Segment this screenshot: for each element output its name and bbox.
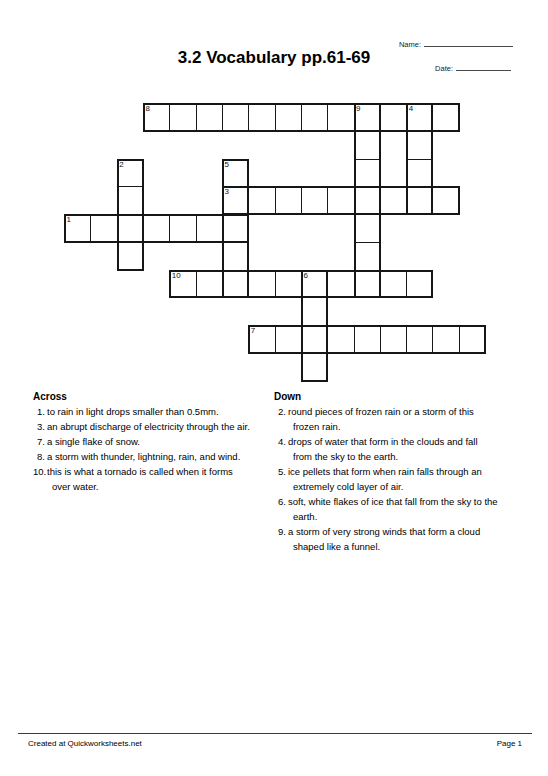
grid-cell[interactable] bbox=[354, 325, 381, 354]
grid-cell[interactable] bbox=[248, 186, 275, 215]
grid-cell[interactable] bbox=[406, 103, 433, 132]
grid-cell[interactable] bbox=[301, 103, 328, 132]
date-label: Date: bbox=[435, 64, 453, 73]
grid-cell[interactable] bbox=[196, 103, 223, 132]
grid-cell[interactable] bbox=[380, 103, 407, 132]
across-header: Across bbox=[33, 389, 283, 404]
clue-text: soft, white flakes of ice that fall from… bbox=[288, 496, 498, 522]
clue-text: ice pellets that form when rain falls th… bbox=[288, 466, 482, 492]
grid-cell[interactable] bbox=[432, 186, 459, 215]
grid-cell[interactable] bbox=[222, 159, 249, 188]
grid-cell[interactable] bbox=[380, 325, 407, 354]
grid-cell[interactable] bbox=[432, 325, 459, 354]
clue-number: 10. bbox=[33, 464, 45, 479]
grid-cell[interactable] bbox=[275, 325, 302, 354]
grid-cell[interactable] bbox=[406, 186, 433, 215]
clue-across-1: 1.to rain in light drops smaller than 0.… bbox=[33, 404, 283, 419]
grid-cell[interactable] bbox=[222, 186, 249, 215]
grid-cell[interactable] bbox=[406, 131, 433, 160]
name-label: Name: bbox=[399, 40, 421, 49]
grid-cell[interactable] bbox=[248, 103, 275, 132]
clue-number: 6. bbox=[274, 494, 286, 509]
clue-down-5: 5.ice pellets that form when rain falls … bbox=[274, 464, 542, 494]
clue-text: a storm with thunder, lightning, rain, a… bbox=[47, 451, 240, 462]
clue-text: to rain in light drops smaller than 0.5m… bbox=[47, 406, 219, 417]
grid-cell[interactable] bbox=[64, 214, 91, 243]
clue-across-7: 7.a single flake of snow. bbox=[33, 434, 283, 449]
clue-text: a single flake of snow. bbox=[47, 436, 140, 447]
grid-cell[interactable] bbox=[406, 159, 433, 188]
grid-cell[interactable] bbox=[327, 325, 354, 354]
footer-divider bbox=[18, 733, 532, 734]
grid-cell[interactable] bbox=[275, 103, 302, 132]
grid-cell[interactable] bbox=[354, 214, 381, 243]
grid-cell[interactable] bbox=[275, 186, 302, 215]
grid-cell[interactable] bbox=[301, 270, 328, 299]
clue-text: an abrupt discharge of electricity throu… bbox=[47, 421, 250, 432]
grid-cell[interactable] bbox=[354, 242, 381, 271]
grid-cell[interactable] bbox=[117, 214, 144, 243]
grid-cell[interactable] bbox=[301, 297, 328, 326]
clue-across-3: 3.an abrupt discharge of electricity thr… bbox=[33, 419, 283, 434]
grid-cell[interactable] bbox=[459, 325, 486, 354]
grid-cell[interactable] bbox=[354, 186, 381, 215]
grid-cell[interactable] bbox=[406, 270, 433, 299]
down-clues-section: Down 2.round pieces of frozen rain or a … bbox=[274, 389, 542, 554]
clue-across-8: 8.a storm with thunder, lightning, rain,… bbox=[33, 449, 283, 464]
grid-cell[interactable] bbox=[275, 270, 302, 299]
clue-number: 3. bbox=[33, 419, 45, 434]
grid-cell[interactable] bbox=[354, 159, 381, 188]
clue-down-4: 4.drops of water that form in the clouds… bbox=[274, 434, 542, 464]
grid-cell[interactable] bbox=[169, 270, 196, 299]
date-field: Date: bbox=[435, 62, 511, 73]
name-blank-line[interactable] bbox=[424, 38, 513, 47]
grid-cell[interactable] bbox=[196, 214, 223, 243]
grid-cell[interactable] bbox=[301, 186, 328, 215]
clue-text: this is what a tornado is called when it… bbox=[47, 466, 233, 492]
grid-cell[interactable] bbox=[432, 103, 459, 132]
clue-text: a storm of very strong winds that form a… bbox=[288, 526, 480, 552]
name-field: Name: bbox=[399, 38, 513, 49]
crossword-grid: 89425311067 bbox=[64, 103, 487, 382]
grid-cell[interactable] bbox=[406, 325, 433, 354]
grid-cell[interactable] bbox=[169, 103, 196, 132]
grid-cell[interactable] bbox=[90, 214, 117, 243]
footer-credit: Created at Quickworksheets.net bbox=[28, 739, 142, 748]
grid-cell[interactable] bbox=[354, 103, 381, 132]
grid-cell[interactable] bbox=[117, 242, 144, 271]
clue-across-10: 10.this is what a tornado is called when… bbox=[33, 464, 283, 494]
grid-cell[interactable] bbox=[327, 186, 354, 215]
down-header: Down bbox=[274, 389, 542, 404]
clue-text: round pieces of frozen rain or a storm o… bbox=[288, 406, 474, 432]
clue-number: 4. bbox=[274, 434, 286, 449]
grid-cell[interactable] bbox=[301, 353, 328, 382]
clue-text: drops of water that form in the clouds a… bbox=[288, 436, 478, 462]
across-clues-section: Across 1.to rain in light drops smaller … bbox=[33, 389, 283, 494]
grid-cell[interactable] bbox=[354, 131, 381, 160]
date-blank-line[interactable] bbox=[456, 62, 511, 71]
grid-cell[interactable] bbox=[248, 325, 275, 354]
clue-down-2: 2.round pieces of frozen rain or a storm… bbox=[274, 404, 542, 434]
grid-cell[interactable] bbox=[380, 270, 407, 299]
grid-cell[interactable] bbox=[380, 186, 407, 215]
grid-cell[interactable] bbox=[222, 242, 249, 271]
clue-number: 2. bbox=[274, 404, 286, 419]
clue-number: 7. bbox=[33, 434, 45, 449]
grid-cell[interactable] bbox=[327, 270, 354, 299]
grid-cell[interactable] bbox=[143, 214, 170, 243]
grid-cell[interactable] bbox=[169, 214, 196, 243]
grid-cell[interactable] bbox=[117, 186, 144, 215]
grid-cell[interactable] bbox=[143, 103, 170, 132]
clue-number: 1. bbox=[33, 404, 45, 419]
clue-number: 5. bbox=[274, 464, 286, 479]
worksheet-page: { "game": "crossword", "worksheet": { "t… bbox=[0, 0, 548, 776]
grid-cell[interactable] bbox=[222, 103, 249, 132]
clue-number: 9. bbox=[274, 524, 286, 539]
grid-cell[interactable] bbox=[327, 103, 354, 132]
grid-cell[interactable] bbox=[196, 270, 223, 299]
footer-page-number: Page 1 bbox=[497, 739, 522, 748]
clue-down-9: 9.a storm of very strong winds that form… bbox=[274, 524, 542, 554]
clue-number: 8. bbox=[33, 449, 45, 464]
grid-cell[interactable] bbox=[117, 159, 144, 188]
grid-cell[interactable] bbox=[301, 325, 328, 354]
grid-cell[interactable] bbox=[222, 214, 249, 243]
grid-cell[interactable] bbox=[354, 270, 381, 299]
clue-down-6: 6.soft, white flakes of ice that fall fr… bbox=[274, 494, 542, 524]
grid-cell[interactable] bbox=[248, 270, 275, 299]
grid-cell[interactable] bbox=[222, 270, 249, 299]
